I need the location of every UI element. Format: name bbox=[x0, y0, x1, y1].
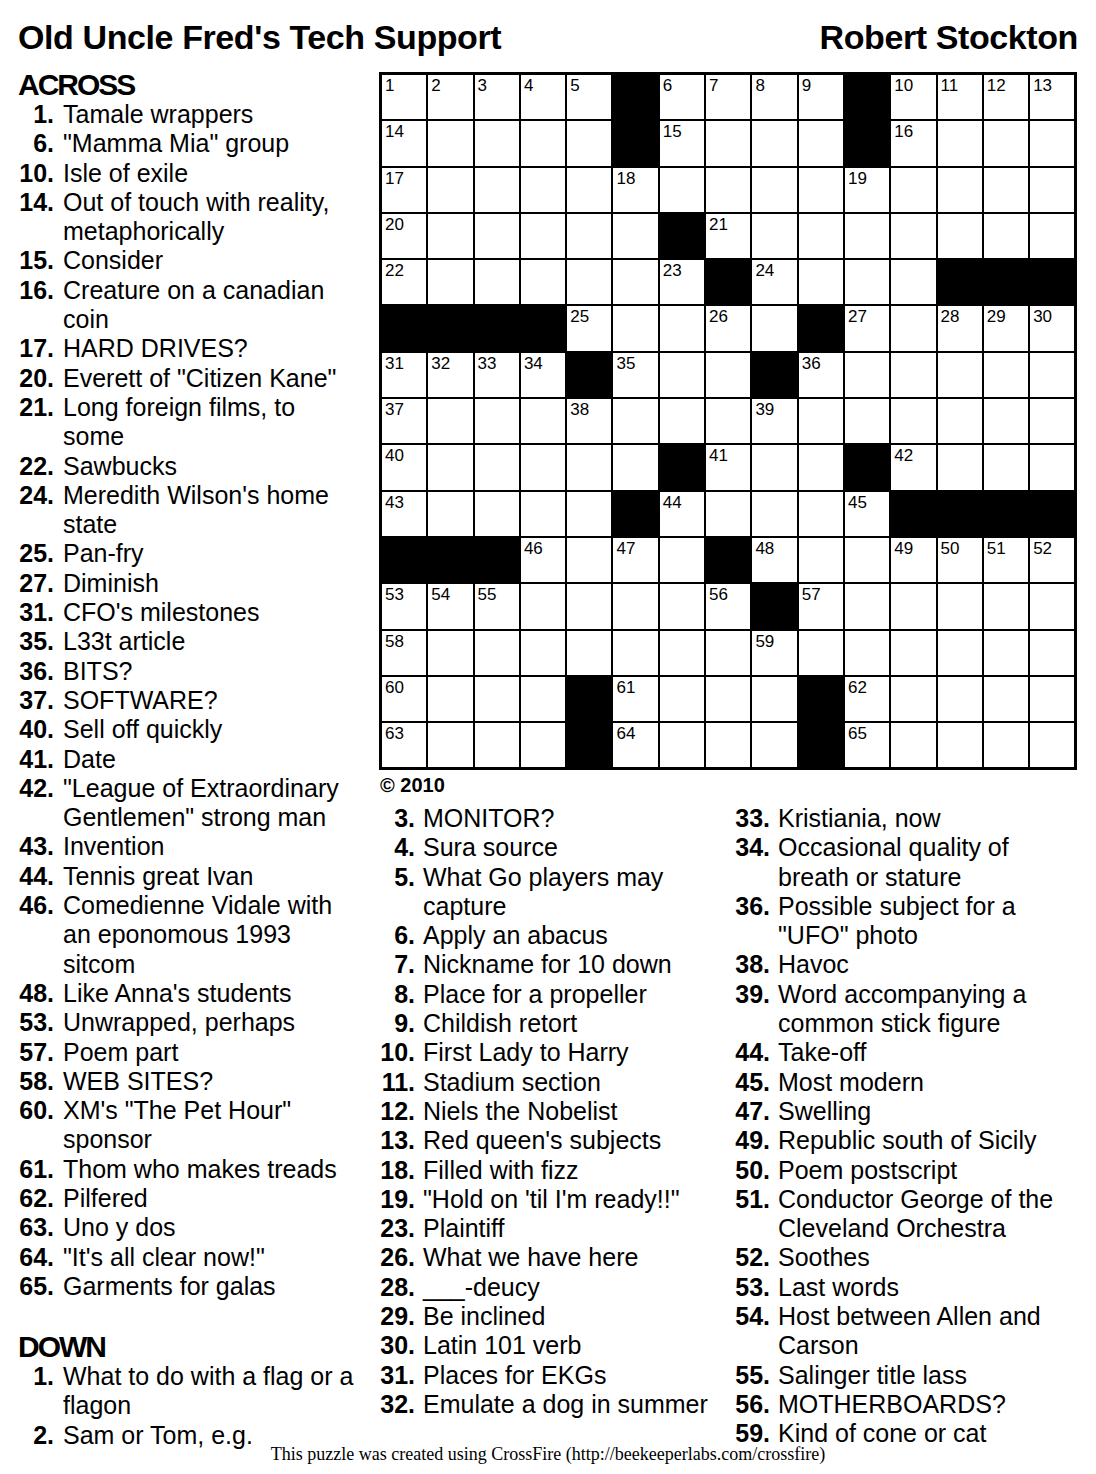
clue-number: 6. bbox=[18, 129, 54, 158]
clue-down-33: 33.Kristiania, now bbox=[728, 804, 1092, 833]
grid-cell-r12c4[interactable] bbox=[520, 583, 566, 629]
grid-cell-r4c12[interactable] bbox=[890, 213, 936, 259]
grid-cell-r14c7[interactable] bbox=[659, 676, 705, 722]
clue-across-31: 31.CFO's milestones bbox=[18, 598, 376, 627]
grid-cell-r13c15[interactable] bbox=[1029, 630, 1075, 676]
grid-cell-r9c9[interactable] bbox=[751, 444, 797, 490]
grid-cell-r10c9[interactable] bbox=[751, 491, 797, 537]
clue-down-50: 50.Poem postscript bbox=[728, 1156, 1092, 1185]
clue-across-22: 22.Sawbucks bbox=[18, 452, 376, 481]
cell-number: 10 bbox=[894, 76, 913, 95]
grid-cell-r15c11[interactable]: 65 bbox=[844, 722, 890, 768]
grid-cell-r4c10[interactable] bbox=[798, 213, 844, 259]
grid-cell-r6c12[interactable] bbox=[890, 305, 936, 351]
grid-cell-r15c9[interactable] bbox=[751, 722, 797, 768]
grid-cell-r5c7[interactable]: 23 bbox=[659, 259, 705, 305]
grid-cell-r3c14[interactable] bbox=[983, 167, 1029, 213]
clue-text: WEB SITES? bbox=[63, 1067, 213, 1095]
grid-cell-r10c1[interactable]: 43 bbox=[381, 491, 427, 537]
grid-cell-r13c9[interactable]: 59 bbox=[751, 630, 797, 676]
grid-cell-r12c12[interactable] bbox=[890, 583, 936, 629]
grid-cell-r15c2[interactable] bbox=[427, 722, 473, 768]
cell-number: 6 bbox=[663, 76, 672, 95]
grid-cell-r8c10[interactable] bbox=[798, 398, 844, 444]
clue-number: 53. bbox=[18, 1008, 54, 1037]
grid-cell-r12c10[interactable]: 57 bbox=[798, 583, 844, 629]
grid-cell-r6c13[interactable]: 28 bbox=[937, 305, 983, 351]
grid-cell-r4c15[interactable] bbox=[1029, 213, 1075, 259]
grid-cell-r6c14[interactable]: 29 bbox=[983, 305, 1029, 351]
grid-cell-r14c5 bbox=[566, 676, 612, 722]
clue-down-51: 51.Conductor George of the Cleveland Orc… bbox=[728, 1185, 1092, 1244]
grid-cell-r15c8[interactable] bbox=[705, 722, 751, 768]
clue-number: 43. bbox=[18, 832, 54, 861]
grid-cell-r14c4[interactable] bbox=[520, 676, 566, 722]
grid-cell-r9c3[interactable] bbox=[474, 444, 520, 490]
clue-number: 22. bbox=[18, 452, 54, 481]
cell-number: 47 bbox=[616, 539, 635, 558]
grid-cell-r12c11[interactable] bbox=[844, 583, 890, 629]
grid-cell-r8c5[interactable]: 38 bbox=[566, 398, 612, 444]
clue-text: MONITOR? bbox=[423, 804, 555, 832]
grid-cell-r8c9[interactable]: 39 bbox=[751, 398, 797, 444]
grid-cell-r11c15[interactable]: 52 bbox=[1029, 537, 1075, 583]
grid-cell-r15c14[interactable] bbox=[983, 722, 1029, 768]
grid-cell-r15c15[interactable] bbox=[1029, 722, 1075, 768]
grid-cell-r6c9[interactable] bbox=[751, 305, 797, 351]
grid-cell-r2c2[interactable] bbox=[427, 120, 473, 166]
grid-cell-r12c6[interactable] bbox=[612, 583, 658, 629]
clue-number: 15. bbox=[18, 246, 54, 275]
grid-cell-r11c14[interactable]: 51 bbox=[983, 537, 1029, 583]
clue-text: Date bbox=[63, 745, 116, 773]
grid-cell-r3c4[interactable] bbox=[520, 167, 566, 213]
clue-down-49: 49.Republic south of Sicily bbox=[728, 1126, 1092, 1155]
clue-number: 51. bbox=[728, 1185, 770, 1214]
clue-number: 26. bbox=[378, 1243, 415, 1272]
grid-cell-r6c11[interactable]: 27 bbox=[844, 305, 890, 351]
grid-cell-r7c10[interactable]: 36 bbox=[798, 352, 844, 398]
grid-cell-r4c5[interactable] bbox=[566, 213, 612, 259]
clue-across-27: 27.Diminish bbox=[18, 569, 376, 598]
clue-number: 14. bbox=[18, 188, 54, 217]
clue-text: Soothes bbox=[778, 1243, 870, 1271]
clue-text: Garments for galas bbox=[63, 1272, 276, 1300]
grid-cell-r1c8[interactable]: 7 bbox=[705, 74, 751, 120]
grid-cell-r12c2[interactable]: 54 bbox=[427, 583, 473, 629]
clue-down-3: 3.MONITOR? bbox=[378, 804, 722, 833]
grid-cell-r3c1[interactable]: 17 bbox=[381, 167, 427, 213]
grid-cell-r10c4[interactable] bbox=[520, 491, 566, 537]
clue-across-24: 24.Meredith Wilson's home state bbox=[18, 481, 376, 540]
cell-number: 3 bbox=[478, 76, 487, 95]
cell-number: 43 bbox=[385, 493, 404, 512]
grid-cell-r12c3[interactable]: 55 bbox=[474, 583, 520, 629]
clue-text: Latin 101 verb bbox=[423, 1331, 581, 1359]
clue-number: 13. bbox=[378, 1126, 415, 1155]
grid-cell-r7c1[interactable]: 31 bbox=[381, 352, 427, 398]
grid-cell-r2c9[interactable] bbox=[751, 120, 797, 166]
clue-text: Republic south of Sicily bbox=[778, 1126, 1036, 1154]
clue-down-54: 54.Host between Allen and Carson bbox=[728, 1302, 1092, 1361]
clue-number: 56. bbox=[728, 1390, 770, 1419]
grid-cell-r15c6[interactable]: 64 bbox=[612, 722, 658, 768]
grid-cell-r5c11[interactable] bbox=[844, 259, 890, 305]
grid-cell-r14c6[interactable]: 61 bbox=[612, 676, 658, 722]
clue-number: 42. bbox=[18, 774, 54, 803]
grid-cell-r4c9[interactable] bbox=[751, 213, 797, 259]
grid-cell-r9c8[interactable]: 41 bbox=[705, 444, 751, 490]
clue-number: 11. bbox=[378, 1068, 415, 1097]
clue-across-10: 10.Isle of exile bbox=[18, 159, 376, 188]
grid-cell-r3c11[interactable]: 19 bbox=[844, 167, 890, 213]
grid-cell-r6c7[interactable] bbox=[659, 305, 705, 351]
clue-down-31: 31.Places for EKGs bbox=[378, 1361, 722, 1390]
grid-cell-r12c7[interactable] bbox=[659, 583, 705, 629]
grid-cell-r6c6[interactable] bbox=[612, 305, 658, 351]
grid-cell-r5c1[interactable]: 22 bbox=[381, 259, 427, 305]
grid-cell-r4c13[interactable] bbox=[937, 213, 983, 259]
grid-cell-r1c6 bbox=[612, 74, 658, 120]
cell-number: 53 bbox=[385, 585, 404, 604]
clue-text: Comedienne Vidale with an eponomous 1993… bbox=[63, 891, 332, 978]
grid-cell-r8c8[interactable] bbox=[705, 398, 751, 444]
clue-text: Be inclined bbox=[423, 1302, 545, 1330]
grid-cell-r11c7[interactable] bbox=[659, 537, 705, 583]
grid-cell-r8c11[interactable] bbox=[844, 398, 890, 444]
grid-cell-r7c6[interactable]: 35 bbox=[612, 352, 658, 398]
cell-number: 38 bbox=[570, 400, 589, 419]
grid-cell-r4c14[interactable] bbox=[983, 213, 1029, 259]
grid-cell-r6c5[interactable]: 25 bbox=[566, 305, 612, 351]
grid-cell-r2c3[interactable] bbox=[474, 120, 520, 166]
clue-number: 35. bbox=[18, 627, 54, 656]
clue-text: Poem postscript bbox=[778, 1156, 957, 1184]
grid-cell-r2c5[interactable] bbox=[566, 120, 612, 166]
grid-cell-r4c6[interactable] bbox=[612, 213, 658, 259]
grid-cell-r13c7[interactable] bbox=[659, 630, 705, 676]
grid-cell-r3c6[interactable]: 18 bbox=[612, 167, 658, 213]
cell-number: 35 bbox=[616, 354, 635, 373]
grid-cell-r5c12[interactable] bbox=[890, 259, 936, 305]
grid-cell-r5c10[interactable] bbox=[798, 259, 844, 305]
down-clue-list-right: 33.Kristiania, now34.Occasional quality … bbox=[728, 804, 1092, 1449]
cell-number: 42 bbox=[894, 446, 913, 465]
clue-text: MOTHERBOARDS? bbox=[778, 1390, 1006, 1418]
clue-across-36: 36.BITS? bbox=[18, 657, 376, 686]
clue-number: 55. bbox=[728, 1361, 770, 1390]
cell-number: 33 bbox=[478, 354, 497, 373]
grid-cell-r11c5[interactable] bbox=[566, 537, 612, 583]
clue-down-11: 11.Stadium section bbox=[378, 1068, 722, 1097]
grid-cell-r9c13[interactable] bbox=[937, 444, 983, 490]
grid-cell-r8c12[interactable] bbox=[890, 398, 936, 444]
grid-cell-r10c5[interactable] bbox=[566, 491, 612, 537]
grid-cell-r12c14[interactable] bbox=[983, 583, 1029, 629]
clue-number: 52. bbox=[728, 1243, 770, 1272]
grid-cell-r3c5[interactable] bbox=[566, 167, 612, 213]
grid-cell-r2c12[interactable]: 16 bbox=[890, 120, 936, 166]
grid-cell-r12c15[interactable] bbox=[1029, 583, 1075, 629]
grid-cell-r1c3[interactable]: 3 bbox=[474, 74, 520, 120]
grid-cell-r14c3[interactable] bbox=[474, 676, 520, 722]
clue-text: Places for EKGs bbox=[423, 1361, 606, 1389]
cell-number: 51 bbox=[987, 539, 1006, 558]
cell-number: 34 bbox=[524, 354, 543, 373]
grid-cell-r3c2[interactable] bbox=[427, 167, 473, 213]
cell-number: 64 bbox=[616, 724, 635, 743]
grid-cell-r6c15[interactable]: 30 bbox=[1029, 305, 1075, 351]
cell-number: 46 bbox=[524, 539, 543, 558]
clue-down-39: 39.Word accompanying a common stick figu… bbox=[728, 980, 1092, 1039]
grid-cell-r11c4[interactable]: 46 bbox=[520, 537, 566, 583]
clue-text: Isle of exile bbox=[63, 159, 188, 187]
grid-cell-r10c7[interactable]: 44 bbox=[659, 491, 705, 537]
grid-cell-r8c14[interactable] bbox=[983, 398, 1029, 444]
grid-cell-r13c6[interactable] bbox=[612, 630, 658, 676]
grid-cell-r5c8 bbox=[705, 259, 751, 305]
grid-cell-r11c12[interactable]: 49 bbox=[890, 537, 936, 583]
grid-cell-r7c15[interactable] bbox=[1029, 352, 1075, 398]
clue-number: 47. bbox=[728, 1097, 770, 1126]
grid-cell-r9c4[interactable] bbox=[520, 444, 566, 490]
clue-across-20: 20.Everett of "Citizen Kane" bbox=[18, 364, 376, 393]
clue-number: 44. bbox=[728, 1038, 770, 1067]
grid-cell-r3c7[interactable] bbox=[659, 167, 705, 213]
grid-cell-r5c2[interactable] bbox=[427, 259, 473, 305]
grid-cell-r13c1[interactable]: 58 bbox=[381, 630, 427, 676]
across-header: ACROSS bbox=[18, 70, 376, 100]
grid-cell-r7c14[interactable] bbox=[983, 352, 1029, 398]
grid-cell-r6c10 bbox=[798, 305, 844, 351]
grid-cell-r3c12[interactable] bbox=[890, 167, 936, 213]
grid-cell-r7c13[interactable] bbox=[937, 352, 983, 398]
grid-cell-r7c3[interactable]: 33 bbox=[474, 352, 520, 398]
grid-cell-r11c6[interactable]: 47 bbox=[612, 537, 658, 583]
cell-number: 59 bbox=[755, 632, 774, 651]
clue-number: 6. bbox=[378, 921, 415, 950]
grid-cell-r2c7[interactable]: 15 bbox=[659, 120, 705, 166]
grid-cell-r13c13[interactable] bbox=[937, 630, 983, 676]
grid-cell-r9c5[interactable] bbox=[566, 444, 612, 490]
grid-cell-r10c11[interactable]: 45 bbox=[844, 491, 890, 537]
grid-cell-r9c14[interactable] bbox=[983, 444, 1029, 490]
grid-cell-r6c8[interactable]: 26 bbox=[705, 305, 751, 351]
grid-cell-r1c1[interactable]: 1 bbox=[381, 74, 427, 120]
grid-cell-r2c4[interactable] bbox=[520, 120, 566, 166]
grid-cell-r13c11[interactable] bbox=[844, 630, 890, 676]
grid-cell-r1c7[interactable]: 6 bbox=[659, 74, 705, 120]
grid-cell-r15c13[interactable] bbox=[937, 722, 983, 768]
grid-cell-r9c1[interactable]: 40 bbox=[381, 444, 427, 490]
grid-cell-r4c11[interactable] bbox=[844, 213, 890, 259]
grid-cell-r7c8[interactable] bbox=[705, 352, 751, 398]
clue-down-1: 1.What to do with a flag or a flagon bbox=[18, 1362, 376, 1421]
grid-cell-r14c8[interactable] bbox=[705, 676, 751, 722]
grid-cell-r9c15[interactable] bbox=[1029, 444, 1075, 490]
clue-number: 25. bbox=[18, 539, 54, 568]
grid-cell-r1c10[interactable]: 9 bbox=[798, 74, 844, 120]
grid-cell-r3c9[interactable] bbox=[751, 167, 797, 213]
grid-cell-r4c8[interactable]: 21 bbox=[705, 213, 751, 259]
clue-text: Invention bbox=[63, 832, 164, 860]
grid-cell-r9c10[interactable] bbox=[798, 444, 844, 490]
cell-number: 40 bbox=[385, 446, 404, 465]
grid-cell-r14c13[interactable] bbox=[937, 676, 983, 722]
grid-cell-r13c10[interactable] bbox=[798, 630, 844, 676]
grid-cell-r8c3[interactable] bbox=[474, 398, 520, 444]
grid-cell-r15c1[interactable]: 63 bbox=[381, 722, 427, 768]
grid-cell-r11c10[interactable] bbox=[798, 537, 844, 583]
grid-cell-r10c10[interactable] bbox=[798, 491, 844, 537]
grid-cell-r11c11[interactable] bbox=[844, 537, 890, 583]
grid-cell-r15c12[interactable] bbox=[890, 722, 936, 768]
clue-text: Creature on a canadian coin bbox=[63, 276, 324, 333]
clue-text: Host between Allen and Carson bbox=[778, 1302, 1041, 1359]
cell-number: 54 bbox=[431, 585, 450, 604]
grid-cell-r8c13[interactable] bbox=[937, 398, 983, 444]
grid-cell-r12c1[interactable]: 53 bbox=[381, 583, 427, 629]
grid-cell-r7c4[interactable]: 34 bbox=[520, 352, 566, 398]
grid-cell-r7c12[interactable] bbox=[890, 352, 936, 398]
grid-cell-r15c4[interactable] bbox=[520, 722, 566, 768]
cell-number: 2 bbox=[431, 76, 440, 95]
grid-cell-r2c13[interactable] bbox=[937, 120, 983, 166]
grid-cell-r5c9[interactable]: 24 bbox=[751, 259, 797, 305]
grid-cell-r4c1[interactable]: 20 bbox=[381, 213, 427, 259]
grid-cell-r5c6[interactable] bbox=[612, 259, 658, 305]
grid-cell-r4c7 bbox=[659, 213, 705, 259]
cell-number: 56 bbox=[709, 585, 728, 604]
clue-text: Niels the Nobelist bbox=[423, 1097, 618, 1125]
grid-cell-r1c15[interactable]: 13 bbox=[1029, 74, 1075, 120]
grid-cell-r10c8[interactable] bbox=[705, 491, 751, 537]
grid-cell-r12c13[interactable] bbox=[937, 583, 983, 629]
grid-cell-r2c6 bbox=[612, 120, 658, 166]
grid-cell-r11c9[interactable]: 48 bbox=[751, 537, 797, 583]
grid-cell-r1c4[interactable]: 4 bbox=[520, 74, 566, 120]
grid-cell-r2c15[interactable] bbox=[1029, 120, 1075, 166]
grid-cell-r3c10[interactable] bbox=[798, 167, 844, 213]
clue-number: 57. bbox=[18, 1038, 54, 1067]
clue-down-28: 28.___-deucy bbox=[378, 1273, 722, 1302]
clue-down-5: 5.What Go players may capture bbox=[378, 863, 722, 922]
grid-cell-r13c5[interactable] bbox=[566, 630, 612, 676]
grid-cell-r14c12[interactable] bbox=[890, 676, 936, 722]
cell-number: 37 bbox=[385, 400, 404, 419]
grid-cell-r4c3[interactable] bbox=[474, 213, 520, 259]
grid-cell-r13c4[interactable] bbox=[520, 630, 566, 676]
grid-cell-r13c8[interactable] bbox=[705, 630, 751, 676]
grid-cell-r4c4[interactable] bbox=[520, 213, 566, 259]
grid-cell-r8c6[interactable] bbox=[612, 398, 658, 444]
puzzle-author: Robert Stockton bbox=[820, 20, 1078, 54]
grid-cell-r1c9[interactable]: 8 bbox=[751, 74, 797, 120]
grid-cell-r7c11[interactable] bbox=[844, 352, 890, 398]
grid-cell-r8c4[interactable] bbox=[520, 398, 566, 444]
clue-text: Kristiania, now bbox=[778, 804, 941, 832]
clue-number: 30. bbox=[378, 1331, 415, 1360]
grid-cell-r15c3[interactable] bbox=[474, 722, 520, 768]
puzzle-title: Old Uncle Fred's Tech Support bbox=[18, 20, 501, 54]
cell-number: 50 bbox=[941, 539, 960, 558]
clue-number: 4. bbox=[378, 833, 415, 862]
grid-cell-r10c3[interactable] bbox=[474, 491, 520, 537]
grid-cell-r1c5[interactable]: 5 bbox=[566, 74, 612, 120]
grid-cell-r5c4[interactable] bbox=[520, 259, 566, 305]
clue-down-7: 7.Nickname for 10 down bbox=[378, 950, 722, 979]
grid-cell-r14c15[interactable] bbox=[1029, 676, 1075, 722]
clue-text: Apply an abacus bbox=[423, 921, 608, 949]
cell-number: 21 bbox=[709, 215, 728, 234]
grid-cell-r2c14[interactable] bbox=[983, 120, 1029, 166]
grid-cell-r4c2[interactable] bbox=[427, 213, 473, 259]
clue-text: Tennis great Ivan bbox=[63, 862, 253, 890]
grid-cell-r15c7[interactable] bbox=[659, 722, 705, 768]
grid-cell-r1c13[interactable]: 11 bbox=[937, 74, 983, 120]
cell-number: 45 bbox=[848, 493, 867, 512]
grid-cell-r14c11[interactable]: 62 bbox=[844, 676, 890, 722]
grid-cell-r2c10[interactable] bbox=[798, 120, 844, 166]
grid-cell-r8c15[interactable] bbox=[1029, 398, 1075, 444]
cell-number: 27 bbox=[848, 307, 867, 326]
grid-cell-r10c2[interactable] bbox=[427, 491, 473, 537]
grid-cell-r14c14[interactable] bbox=[983, 676, 1029, 722]
cell-number: 30 bbox=[1033, 307, 1052, 326]
grid-cell-r11c13[interactable]: 50 bbox=[937, 537, 983, 583]
clue-down-23: 23.Plaintiff bbox=[378, 1214, 722, 1243]
clue-text: Most modern bbox=[778, 1068, 924, 1096]
grid-cell-r13c3[interactable] bbox=[474, 630, 520, 676]
grid-cell-r8c2[interactable] bbox=[427, 398, 473, 444]
clue-across-21: 21.Long foreign films, to some bbox=[18, 393, 376, 452]
grid-cell-r9c2[interactable] bbox=[427, 444, 473, 490]
grid-cell-r14c2[interactable] bbox=[427, 676, 473, 722]
clue-across-16: 16.Creature on a canadian coin bbox=[18, 276, 376, 335]
clue-down-19: 19."Hold on 'til I'm ready!!" bbox=[378, 1185, 722, 1214]
grid-cell-r12c8[interactable]: 56 bbox=[705, 583, 751, 629]
grid-cell-r12c5[interactable] bbox=[566, 583, 612, 629]
grid-cell-r7c7[interactable] bbox=[659, 352, 705, 398]
grid-cell-r7c2[interactable]: 32 bbox=[427, 352, 473, 398]
grid-cell-r3c8[interactable] bbox=[705, 167, 751, 213]
grid-cell-r8c1[interactable]: 37 bbox=[381, 398, 427, 444]
grid-cell-r2c1[interactable]: 14 bbox=[381, 120, 427, 166]
grid-cell-r5c3[interactable] bbox=[474, 259, 520, 305]
grid-cell-r1c14[interactable]: 12 bbox=[983, 74, 1029, 120]
cell-number: 62 bbox=[848, 678, 867, 697]
clue-across-62: 62.Pilfered bbox=[18, 1184, 376, 1213]
grid-cell-r13c14[interactable] bbox=[983, 630, 1029, 676]
grid-cell-r9c6[interactable] bbox=[612, 444, 658, 490]
grid-cell-r3c3[interactable] bbox=[474, 167, 520, 213]
grid-cell-r3c13[interactable] bbox=[937, 167, 983, 213]
clue-text: "League of Extraordinary Gentlemen" stro… bbox=[63, 774, 339, 831]
clue-number: 50. bbox=[728, 1156, 770, 1185]
grid-cell-r9c12[interactable]: 42 bbox=[890, 444, 936, 490]
grid-cell-r13c2[interactable] bbox=[427, 630, 473, 676]
grid-cell-r14c9[interactable] bbox=[751, 676, 797, 722]
grid-cell-r13c12[interactable] bbox=[890, 630, 936, 676]
clue-across-48: 48.Like Anna's students bbox=[18, 979, 376, 1008]
grid-cell-r3c15[interactable] bbox=[1029, 167, 1075, 213]
grid-cell-r2c8[interactable] bbox=[705, 120, 751, 166]
grid-cell-r1c12[interactable]: 10 bbox=[890, 74, 936, 120]
grid-cell-r14c1[interactable]: 60 bbox=[381, 676, 427, 722]
grid-cell-r8c7[interactable] bbox=[659, 398, 705, 444]
grid-cell-r5c5[interactable] bbox=[566, 259, 612, 305]
grid-cell-r1c2[interactable]: 2 bbox=[427, 74, 473, 120]
